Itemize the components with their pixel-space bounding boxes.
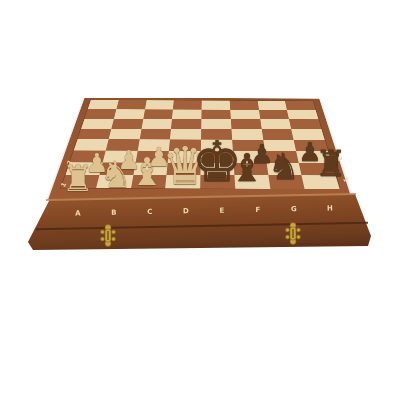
board-square — [81, 119, 114, 129]
brass-clasp-icon — [98, 224, 118, 247]
file-label-c: C — [147, 208, 152, 216]
chess-set-photo: A B C D E F G H 1 2 1 2 ♜ ♟ ♞ ♟ ♝ ♟ ♛ ♚ … — [0, 0, 400, 400]
board-square — [173, 100, 202, 109]
board-square — [108, 129, 141, 140]
board-square — [231, 119, 262, 129]
board-square — [88, 100, 119, 109]
board-square — [287, 110, 318, 120]
brass-clasp-icon — [283, 222, 303, 245]
board-square — [145, 100, 174, 109]
board-square — [78, 129, 112, 140]
board-square — [143, 109, 173, 119]
board-square — [201, 119, 231, 129]
file-label-g: G — [291, 205, 297, 213]
file-labels: A B C D E F G H — [0, 0, 400, 24]
file-label-h: H — [327, 204, 333, 212]
board-square — [171, 119, 201, 129]
board-square — [111, 119, 143, 129]
file-label-b: B — [111, 209, 116, 217]
board-square — [116, 100, 146, 109]
board-square — [257, 101, 287, 110]
board-square — [260, 119, 292, 129]
board-square — [259, 110, 290, 120]
board-square — [285, 101, 316, 110]
piece-dark-knight-g1: ♞ — [268, 149, 300, 185]
file-label-a: A — [75, 209, 81, 217]
board-square — [289, 119, 321, 129]
board-square — [202, 101, 230, 110]
board-square — [229, 101, 258, 110]
piece-dark-rook-h1: ♜ — [315, 146, 347, 182]
board-square — [201, 110, 230, 120]
board-square — [172, 109, 201, 119]
board-square — [141, 119, 172, 129]
board-square — [230, 110, 260, 120]
file-label-e: E — [219, 207, 224, 215]
board-square — [85, 109, 117, 119]
board-square — [114, 109, 145, 119]
file-label-f: F — [255, 206, 260, 214]
file-label-d: D — [183, 207, 189, 215]
